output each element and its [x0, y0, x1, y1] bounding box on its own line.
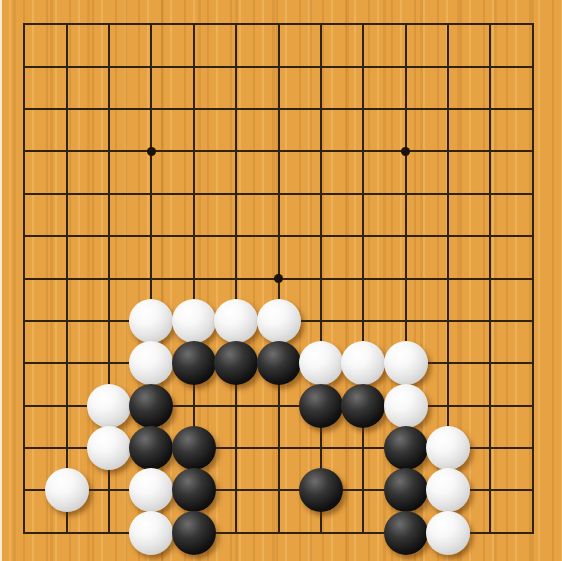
grid-line-horizontal	[469, 23, 511, 25]
white-stone	[384, 384, 428, 428]
grid-line-horizontal	[469, 447, 511, 449]
board-intersection[interactable]	[469, 512, 511, 554]
board-intersection[interactable]	[384, 384, 426, 426]
grid-line-vertical	[193, 23, 195, 45]
board-intersection[interactable]	[512, 88, 554, 130]
black-stone	[384, 468, 428, 512]
board-intersection[interactable]	[512, 3, 554, 45]
grid-line-horizontal	[342, 278, 384, 280]
grid-line-horizontal	[46, 66, 88, 68]
board-intersection[interactable]	[3, 427, 45, 469]
board-intersection[interactable]	[342, 257, 384, 299]
grid-line-horizontal	[257, 532, 299, 534]
grid-line-horizontal	[88, 362, 130, 364]
grid-line-horizontal	[23, 447, 45, 449]
grid-line-horizontal	[215, 532, 257, 534]
grid-line-horizontal	[342, 150, 384, 152]
board-intersection[interactable]	[300, 427, 342, 469]
board-intersection[interactable]	[173, 3, 215, 45]
grid-line-horizontal	[46, 405, 88, 407]
grid-line-horizontal	[23, 235, 45, 237]
board-intersection[interactable]	[427, 88, 469, 130]
grid-line-horizontal	[46, 447, 88, 449]
board-intersection[interactable]	[130, 130, 172, 172]
grid-line-horizontal	[427, 23, 469, 25]
board-intersection[interactable]	[427, 3, 469, 45]
board-intersection[interactable]	[512, 427, 554, 469]
board-intersection[interactable]	[215, 88, 257, 130]
board-intersection[interactable]	[173, 342, 215, 384]
grid-line-vertical	[278, 512, 280, 534]
grid-line-horizontal	[512, 532, 534, 534]
board-intersection[interactable]	[342, 300, 384, 342]
board-intersection[interactable]	[130, 469, 172, 511]
board-intersection[interactable]	[469, 384, 511, 426]
board-intersection[interactable]	[3, 257, 45, 299]
board-intersection[interactable]	[46, 130, 88, 172]
board-intersection[interactable]	[300, 257, 342, 299]
board-intersection[interactable]	[46, 3, 88, 45]
board-intersection[interactable]	[342, 512, 384, 554]
board-intersection[interactable]	[130, 88, 172, 130]
board-intersection[interactable]	[300, 3, 342, 45]
grid-line-horizontal	[300, 23, 342, 25]
board-intersection[interactable]	[384, 46, 426, 88]
board-intersection[interactable]	[130, 384, 172, 426]
board-intersection[interactable]	[257, 3, 299, 45]
black-stone	[172, 426, 216, 470]
board-intersection[interactable]	[257, 384, 299, 426]
black-stone	[299, 468, 343, 512]
board-intersection[interactable]	[257, 427, 299, 469]
window-left-edge	[0, 0, 2, 561]
board-intersection[interactable]	[88, 215, 130, 257]
board-intersection[interactable]	[215, 384, 257, 426]
grid-line-horizontal	[46, 150, 88, 152]
board-intersection[interactable]	[257, 469, 299, 511]
board-intersection[interactable]	[3, 384, 45, 426]
board-intersection[interactable]	[173, 384, 215, 426]
grid-line-horizontal	[469, 235, 511, 237]
grid-line-horizontal	[23, 362, 45, 364]
grid-line-vertical	[66, 512, 68, 534]
grid-line-vertical	[320, 512, 322, 534]
grid-line-horizontal	[46, 193, 88, 195]
board-intersection[interactable]	[257, 342, 299, 384]
grid-line-horizontal	[300, 278, 342, 280]
grid-line-vertical	[362, 512, 364, 534]
grid-line-horizontal	[342, 320, 384, 322]
board-intersection[interactable]	[469, 3, 511, 45]
grid-line-horizontal	[342, 532, 384, 534]
board-intersection[interactable]	[3, 300, 45, 342]
board-intersection[interactable]	[300, 512, 342, 554]
grid-line-horizontal	[300, 193, 342, 195]
grid-line-horizontal	[173, 150, 215, 152]
board-intersection[interactable]	[88, 342, 130, 384]
board-intersection[interactable]	[173, 46, 215, 88]
white-stone	[299, 341, 343, 385]
board-intersection[interactable]	[384, 469, 426, 511]
board-intersection[interactable]	[88, 384, 130, 426]
grid-line-vertical	[489, 23, 491, 45]
board-intersection[interactable]	[512, 257, 554, 299]
black-stone	[129, 384, 173, 428]
board-intersection[interactable]	[512, 342, 554, 384]
board-intersection[interactable]	[427, 215, 469, 257]
grid-line-horizontal	[384, 235, 426, 237]
board-intersection[interactable]	[257, 215, 299, 257]
board-intersection[interactable]	[130, 300, 172, 342]
grid-line-vertical	[108, 23, 110, 45]
black-stone	[384, 511, 428, 555]
grid-line-horizontal	[130, 278, 172, 280]
board-intersection[interactable]	[215, 3, 257, 45]
grid-line-vertical	[320, 23, 322, 45]
board-intersection[interactable]	[257, 173, 299, 215]
grid-line-horizontal	[46, 278, 88, 280]
board-intersection[interactable]	[384, 215, 426, 257]
board-intersection[interactable]	[300, 384, 342, 426]
grid-line-horizontal	[342, 23, 384, 25]
grid-line-horizontal	[512, 150, 534, 152]
board-intersection[interactable]	[88, 173, 130, 215]
board-intersection[interactable]	[3, 512, 45, 554]
board-intersection[interactable]	[257, 88, 299, 130]
board-intersection[interactable]	[130, 512, 172, 554]
board-intersection[interactable]	[300, 469, 342, 511]
grid-line-horizontal	[469, 193, 511, 195]
grid-line-horizontal	[173, 193, 215, 195]
board-intersection[interactable]	[342, 3, 384, 45]
board-intersection[interactable]	[130, 342, 172, 384]
board-intersection[interactable]	[512, 46, 554, 88]
grid-line-vertical	[532, 512, 534, 534]
board-intersection[interactable]	[512, 173, 554, 215]
board-intersection[interactable]	[300, 342, 342, 384]
board-intersection[interactable]	[512, 384, 554, 426]
board-intersection[interactable]	[384, 427, 426, 469]
board-intersection[interactable]	[300, 300, 342, 342]
grid-line-horizontal	[512, 362, 534, 364]
board-intersection[interactable]	[3, 173, 45, 215]
board-intersection[interactable]	[384, 512, 426, 554]
grid-line-horizontal	[88, 23, 130, 25]
grid-line-horizontal	[384, 108, 426, 110]
black-stone	[257, 341, 301, 385]
grid-line-horizontal	[130, 23, 172, 25]
board-intersection[interactable]	[427, 427, 469, 469]
grid-line-horizontal	[427, 66, 469, 68]
board-intersection[interactable]	[342, 215, 384, 257]
board-intersection[interactable]	[46, 173, 88, 215]
hoshi-star-point	[147, 147, 156, 156]
board-intersection[interactable]	[130, 3, 172, 45]
grid-line-horizontal	[88, 489, 130, 491]
board-intersection[interactable]	[427, 384, 469, 426]
board-intersection[interactable]	[46, 215, 88, 257]
grid-line-horizontal	[88, 193, 130, 195]
board-intersection[interactable]	[512, 130, 554, 172]
board-intersection[interactable]	[3, 215, 45, 257]
board-intersection[interactable]	[173, 257, 215, 299]
hoshi-star-point	[274, 274, 283, 283]
grid-line-horizontal	[215, 489, 257, 491]
grid-line-horizontal	[23, 532, 45, 534]
board-intersection[interactable]	[3, 46, 45, 88]
board-intersection[interactable]	[469, 173, 511, 215]
board-intersection[interactable]	[342, 130, 384, 172]
board-intersection[interactable]	[300, 215, 342, 257]
grid-line-horizontal	[215, 405, 257, 407]
board-intersection[interactable]	[300, 88, 342, 130]
board-intersection[interactable]	[384, 88, 426, 130]
board-intersection[interactable]	[300, 130, 342, 172]
grid-line-horizontal	[215, 193, 257, 195]
board-intersection[interactable]	[257, 300, 299, 342]
board-intersection[interactable]	[469, 215, 511, 257]
grid-line-horizontal	[257, 405, 299, 407]
board-intersection[interactable]	[215, 342, 257, 384]
board-intersection[interactable]	[46, 512, 88, 554]
grid-line-horizontal	[88, 320, 130, 322]
board-intersection[interactable]	[3, 130, 45, 172]
board-intersection[interactable]	[469, 88, 511, 130]
white-stone	[426, 511, 470, 555]
board-intersection[interactable]	[46, 427, 88, 469]
board-intersection[interactable]	[342, 46, 384, 88]
grid-line-horizontal	[512, 447, 534, 449]
grid-line-horizontal	[384, 278, 426, 280]
board-intersection[interactable]	[46, 342, 88, 384]
black-stone	[384, 426, 428, 470]
white-stone	[129, 511, 173, 555]
board-intersection[interactable]	[384, 300, 426, 342]
board-intersection[interactable]	[469, 257, 511, 299]
board-intersection[interactable]	[342, 384, 384, 426]
grid-line-vertical	[23, 512, 25, 534]
board-intersection[interactable]	[46, 384, 88, 426]
board-intersection[interactable]	[3, 3, 45, 45]
board-intersection[interactable]	[427, 342, 469, 384]
board-intersection[interactable]	[342, 88, 384, 130]
grid-line-horizontal	[342, 108, 384, 110]
white-stone	[129, 299, 173, 343]
board-intersection[interactable]	[342, 427, 384, 469]
grid-line-horizontal	[512, 23, 534, 25]
grid-line-horizontal	[512, 193, 534, 195]
grid-line-horizontal	[427, 278, 469, 280]
board-intersection[interactable]	[173, 130, 215, 172]
grid-line-horizontal	[342, 66, 384, 68]
black-stone	[299, 384, 343, 428]
grid-line-horizontal	[469, 150, 511, 152]
grid-line-horizontal	[215, 66, 257, 68]
board-intersection[interactable]	[469, 469, 511, 511]
grid-line-horizontal	[512, 489, 534, 491]
board-intersection[interactable]	[88, 88, 130, 130]
board-intersection[interactable]	[88, 469, 130, 511]
board-intersection[interactable]	[88, 512, 130, 554]
board-intersection[interactable]	[46, 300, 88, 342]
board-intersection[interactable]	[215, 427, 257, 469]
board-intersection[interactable]	[88, 257, 130, 299]
board-intersection[interactable]	[173, 512, 215, 554]
grid-line-horizontal	[215, 278, 257, 280]
grid-line-horizontal	[469, 362, 511, 364]
grid-line-vertical	[23, 23, 25, 45]
board-intersection[interactable]	[384, 342, 426, 384]
grid-line-horizontal	[427, 405, 469, 407]
board-intersection[interactable]	[3, 88, 45, 130]
grid-line-horizontal	[342, 235, 384, 237]
board-intersection[interactable]	[469, 342, 511, 384]
board-intersection[interactable]	[342, 342, 384, 384]
board-intersection[interactable]	[512, 215, 554, 257]
board-intersection[interactable]	[88, 46, 130, 88]
grid-line-horizontal	[300, 235, 342, 237]
board-intersection[interactable]	[300, 173, 342, 215]
board-intersection[interactable]	[427, 469, 469, 511]
grid-line-horizontal	[215, 150, 257, 152]
board-intersection[interactable]	[427, 512, 469, 554]
board-intersection[interactable]	[130, 215, 172, 257]
grid-line-horizontal	[130, 235, 172, 237]
grid-line-horizontal	[88, 278, 130, 280]
grid-line-horizontal	[512, 320, 534, 322]
board-intersection[interactable]	[257, 512, 299, 554]
grid-line-vertical	[532, 23, 534, 45]
board-intersection[interactable]	[215, 300, 257, 342]
grid-line-horizontal	[46, 362, 88, 364]
board-intersection[interactable]	[257, 46, 299, 88]
board-intersection[interactable]	[173, 173, 215, 215]
grid-line-horizontal	[46, 320, 88, 322]
grid-line-horizontal	[257, 489, 299, 491]
board-intersection[interactable]	[3, 469, 45, 511]
board-intersection[interactable]	[173, 300, 215, 342]
grid-line-horizontal	[469, 320, 511, 322]
grid-line-horizontal	[384, 320, 426, 322]
board-intersection[interactable]	[427, 130, 469, 172]
board-intersection[interactable]	[173, 215, 215, 257]
grid-line-horizontal	[512, 235, 534, 237]
board-intersection[interactable]	[215, 173, 257, 215]
board-intersection[interactable]	[215, 512, 257, 554]
board-intersection[interactable]	[46, 469, 88, 511]
board-intersection[interactable]	[384, 173, 426, 215]
white-stone	[426, 468, 470, 512]
grid-line-horizontal	[427, 362, 469, 364]
board-intersection[interactable]	[130, 46, 172, 88]
grid-line-vertical	[235, 23, 237, 45]
board-intersection[interactable]	[130, 173, 172, 215]
board-intersection[interactable]	[130, 257, 172, 299]
board-intersection[interactable]	[469, 300, 511, 342]
board-intersection[interactable]	[257, 130, 299, 172]
board-intersection[interactable]	[46, 257, 88, 299]
grid-line-horizontal	[257, 108, 299, 110]
board-intersection[interactable]	[342, 173, 384, 215]
board-intersection[interactable]	[469, 46, 511, 88]
grid-line-horizontal	[427, 108, 469, 110]
grid-line-horizontal	[23, 489, 45, 491]
board-intersection[interactable]	[512, 512, 554, 554]
grid-line-horizontal	[257, 193, 299, 195]
board-intersection[interactable]	[512, 300, 554, 342]
board-intersection[interactable]	[173, 469, 215, 511]
grid-line-horizontal	[469, 489, 511, 491]
board-intersection[interactable]	[215, 469, 257, 511]
board-intersection[interactable]	[384, 130, 426, 172]
grid-line-horizontal	[342, 193, 384, 195]
black-stone	[172, 341, 216, 385]
grid-line-horizontal	[469, 405, 511, 407]
black-stone	[172, 511, 216, 555]
board-intersection[interactable]	[427, 300, 469, 342]
board-intersection[interactable]	[215, 215, 257, 257]
grid-line-horizontal	[257, 23, 299, 25]
board-intersection[interactable]	[88, 427, 130, 469]
board-intersection[interactable]	[384, 3, 426, 45]
grid-line-horizontal	[23, 278, 45, 280]
grid-line-horizontal	[46, 532, 88, 534]
white-stone	[257, 299, 301, 343]
board-intersection[interactable]	[300, 46, 342, 88]
white-stone	[87, 384, 131, 428]
board-intersection[interactable]	[173, 427, 215, 469]
grid-line-horizontal	[384, 66, 426, 68]
grid-line-horizontal	[257, 235, 299, 237]
hoshi-star-point	[401, 147, 410, 156]
board-intersection[interactable]	[130, 427, 172, 469]
white-stone	[45, 468, 89, 512]
grid-line-horizontal	[427, 320, 469, 322]
board-intersection[interactable]	[427, 257, 469, 299]
board-intersection[interactable]	[215, 130, 257, 172]
board-intersection[interactable]	[88, 3, 130, 45]
grid-line-horizontal	[300, 108, 342, 110]
board-intersection[interactable]	[342, 469, 384, 511]
board-intersection[interactable]	[427, 173, 469, 215]
board-intersection[interactable]	[88, 130, 130, 172]
board-intersection[interactable]	[46, 88, 88, 130]
board-intersection[interactable]	[215, 257, 257, 299]
grid-line-horizontal	[130, 193, 172, 195]
board-intersection[interactable]	[257, 257, 299, 299]
grid-line-horizontal	[427, 150, 469, 152]
grid-line-horizontal	[257, 66, 299, 68]
grid-line-horizontal	[469, 108, 511, 110]
grid-line-horizontal	[342, 447, 384, 449]
board-intersection[interactable]	[469, 427, 511, 469]
board-intersection[interactable]	[88, 300, 130, 342]
grid-line-horizontal	[215, 108, 257, 110]
board-intersection[interactable]	[46, 46, 88, 88]
board-intersection[interactable]	[3, 342, 45, 384]
grid-line-horizontal	[173, 405, 215, 407]
board-intersection[interactable]	[215, 46, 257, 88]
board-intersection[interactable]	[173, 88, 215, 130]
board-intersection[interactable]	[469, 130, 511, 172]
grid-line-horizontal	[23, 193, 45, 195]
board-intersection[interactable]	[384, 257, 426, 299]
grid-line-horizontal	[23, 66, 45, 68]
grid-line-horizontal	[384, 193, 426, 195]
grid-line-horizontal	[215, 23, 257, 25]
board-intersection[interactable]	[427, 46, 469, 88]
board-intersection[interactable]	[512, 469, 554, 511]
